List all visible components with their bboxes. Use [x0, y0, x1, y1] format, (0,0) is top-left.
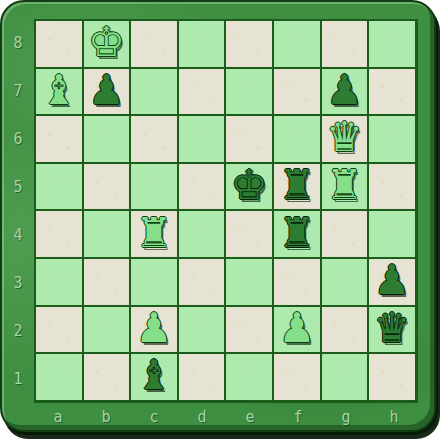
square-h7[interactable] [369, 69, 415, 115]
square-b6[interactable] [84, 116, 130, 162]
square-a6[interactable] [36, 116, 82, 162]
square-b1[interactable] [84, 354, 130, 400]
square-d3[interactable] [179, 259, 225, 305]
square-e8[interactable] [226, 21, 272, 67]
piece-black-rook[interactable]: ♜ [278, 163, 315, 208]
square-c7[interactable] [131, 69, 177, 115]
square-b3[interactable] [84, 259, 130, 305]
piece-black-bishop[interactable]: ♝ [136, 353, 173, 398]
rank-label-2: 2 [2, 307, 34, 355]
chess-board: ♚♝♟♟♛♚♜♜♜♜♟♟♟♛♝ [34, 19, 418, 403]
square-a3[interactable] [36, 259, 82, 305]
square-b2[interactable] [84, 307, 130, 353]
square-a7[interactable]: ♝ [36, 69, 82, 115]
square-e4[interactable] [226, 211, 272, 257]
file-label-b: b [82, 403, 130, 433]
square-b4[interactable] [84, 211, 130, 257]
square-e7[interactable] [226, 69, 272, 115]
piece-black-queen[interactable]: ♛ [374, 306, 411, 351]
square-d2[interactable] [179, 307, 225, 353]
rank-label-7: 7 [2, 67, 34, 115]
square-f4[interactable]: ♜ [274, 211, 320, 257]
square-e2[interactable] [226, 307, 272, 353]
square-h2[interactable]: ♛ [369, 307, 415, 353]
rank-label-3: 3 [2, 259, 34, 307]
square-d1[interactable] [179, 354, 225, 400]
square-h8[interactable] [369, 21, 415, 67]
piece-white-queen[interactable]: ♛ [326, 115, 363, 160]
square-h5[interactable] [369, 164, 415, 210]
square-f2[interactable]: ♟ [274, 307, 320, 353]
piece-black-pawn[interactable]: ♟ [374, 258, 411, 303]
square-f5[interactable]: ♜ [274, 164, 320, 210]
piece-white-rook[interactable]: ♜ [136, 211, 173, 256]
file-label-a: a [34, 403, 82, 433]
piece-black-pawn[interactable]: ♟ [88, 68, 125, 113]
rank-label-5: 5 [2, 163, 34, 211]
rank-label-4: 4 [2, 211, 34, 259]
piece-black-pawn[interactable]: ♟ [326, 68, 363, 113]
file-label-e: e [226, 403, 274, 433]
square-f3[interactable] [274, 259, 320, 305]
square-c2[interactable]: ♟ [131, 307, 177, 353]
square-e3[interactable] [226, 259, 272, 305]
square-c6[interactable] [131, 116, 177, 162]
square-e1[interactable] [226, 354, 272, 400]
square-d7[interactable] [179, 69, 225, 115]
piece-white-pawn[interactable]: ♟ [278, 306, 315, 351]
square-f6[interactable] [274, 116, 320, 162]
square-a1[interactable] [36, 354, 82, 400]
square-b8[interactable]: ♚ [84, 21, 130, 67]
square-d4[interactable] [179, 211, 225, 257]
square-e6[interactable] [226, 116, 272, 162]
square-e5[interactable]: ♚ [226, 164, 272, 210]
piece-black-king[interactable]: ♚ [231, 163, 268, 208]
square-h6[interactable] [369, 116, 415, 162]
file-label-d: d [178, 403, 226, 433]
square-h4[interactable] [369, 211, 415, 257]
square-f1[interactable] [274, 354, 320, 400]
square-g2[interactable] [322, 307, 368, 353]
square-g3[interactable] [322, 259, 368, 305]
chess-app-window: ♚♝♟♟♛♚♜♜♜♜♟♟♟♛♝ 87654321 abcdefgh [0, 0, 444, 442]
file-label-h: h [370, 403, 418, 433]
square-c8[interactable] [131, 21, 177, 67]
square-c3[interactable] [131, 259, 177, 305]
square-h3[interactable]: ♟ [369, 259, 415, 305]
square-f8[interactable] [274, 21, 320, 67]
square-d6[interactable] [179, 116, 225, 162]
piece-white-pawn[interactable]: ♟ [136, 306, 173, 351]
file-label-c: c [130, 403, 178, 433]
file-label-f: f [274, 403, 322, 433]
piece-white-king[interactable]: ♚ [88, 20, 125, 65]
piece-black-rook[interactable]: ♜ [278, 211, 315, 256]
square-d5[interactable] [179, 164, 225, 210]
rank-label-1: 1 [2, 355, 34, 403]
square-b5[interactable] [84, 164, 130, 210]
square-c1[interactable]: ♝ [131, 354, 177, 400]
square-g1[interactable] [322, 354, 368, 400]
square-c4[interactable]: ♜ [131, 211, 177, 257]
square-b7[interactable]: ♟ [84, 69, 130, 115]
file-label-g: g [322, 403, 370, 433]
square-f7[interactable] [274, 69, 320, 115]
square-a5[interactable] [36, 164, 82, 210]
square-a8[interactable] [36, 21, 82, 67]
square-d8[interactable] [179, 21, 225, 67]
rank-label-8: 8 [2, 19, 34, 67]
piece-white-rook[interactable]: ♜ [326, 163, 363, 208]
square-a4[interactable] [36, 211, 82, 257]
rank-label-6: 6 [2, 115, 34, 163]
square-g4[interactable] [322, 211, 368, 257]
square-c5[interactable] [131, 164, 177, 210]
square-g8[interactable] [322, 21, 368, 67]
square-g7[interactable]: ♟ [322, 69, 368, 115]
square-h1[interactable] [369, 354, 415, 400]
piece-white-bishop[interactable]: ♝ [40, 68, 77, 113]
square-g6[interactable]: ♛ [322, 116, 368, 162]
square-g5[interactable]: ♜ [322, 164, 368, 210]
square-a2[interactable] [36, 307, 82, 353]
